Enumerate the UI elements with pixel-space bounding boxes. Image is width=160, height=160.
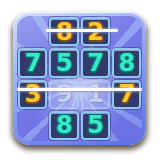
board-background: 8 2 7 5 7 8 3 9 1 7 8 5	[17, 16, 142, 141]
tile-digit: 5	[56, 51, 72, 75]
ghost-digit: 9	[56, 82, 72, 106]
number-grid: 8 2 7 5 7 8 3 9 1 7 8 5	[18, 17, 141, 140]
tile-digit: 8	[56, 113, 72, 137]
cell-r4c2[interactable]: 8	[49, 111, 78, 140]
puzzle-board-frame: 8 2 7 5 7 8 3 9 1 7 8 5	[13, 12, 146, 145]
tile-digit: 3	[25, 82, 41, 106]
strike-line-row3	[17, 88, 142, 91]
cell-r2c1[interactable]: 7	[18, 48, 47, 77]
cell-r3c3-cleared: 1	[81, 80, 110, 109]
cell-r4c3[interactable]: 5	[81, 111, 110, 140]
tile-digit: 8	[119, 51, 135, 75]
cell-r2c2[interactable]: 5	[49, 48, 78, 77]
tile-digit: 5	[87, 113, 103, 137]
cell-r2c4[interactable]: 8	[112, 48, 141, 77]
cell-r4c4-empty	[112, 111, 141, 140]
ghost-digit: 1	[87, 82, 103, 106]
strike-line-row1	[46, 29, 118, 32]
cell-r1c1-empty	[18, 17, 47, 46]
cell-r2c3[interactable]: 7	[81, 48, 110, 77]
tile-digit: 7	[119, 82, 135, 106]
cell-r3c4[interactable]: 7	[112, 80, 141, 109]
cell-r3c2-cleared: 9	[49, 80, 78, 109]
tile-digit: 7	[87, 51, 103, 75]
cell-r3c1[interactable]: 3	[18, 80, 47, 109]
tile-digit: 7	[25, 51, 41, 75]
cell-r4c1-empty	[18, 111, 47, 140]
